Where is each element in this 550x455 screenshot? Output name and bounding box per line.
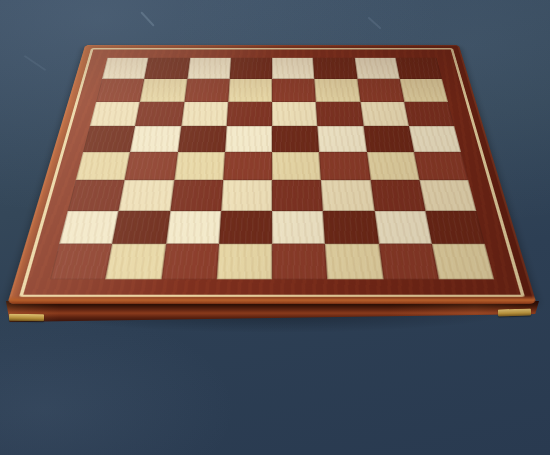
- square-e2[interactable]: [272, 211, 325, 244]
- square-d5[interactable]: [225, 126, 272, 152]
- square-d3[interactable]: [221, 180, 272, 210]
- square-f1[interactable]: [325, 244, 383, 280]
- square-f5[interactable]: [318, 126, 367, 152]
- square-e1[interactable]: [272, 244, 328, 280]
- scratch-mark: [24, 55, 47, 71]
- square-h5[interactable]: [409, 126, 461, 152]
- square-c4[interactable]: [174, 152, 225, 180]
- brass-corner-right: [498, 309, 531, 317]
- square-c2[interactable]: [166, 211, 221, 244]
- square-e3[interactable]: [272, 180, 323, 210]
- square-g6[interactable]: [360, 102, 409, 126]
- square-g4[interactable]: [367, 152, 420, 180]
- square-e6[interactable]: [272, 102, 318, 126]
- square-g2[interactable]: [374, 211, 431, 244]
- square-c6[interactable]: [181, 102, 228, 126]
- square-a6[interactable]: [90, 102, 140, 126]
- square-g1[interactable]: [378, 244, 438, 280]
- square-b6[interactable]: [135, 102, 184, 126]
- square-e4[interactable]: [272, 152, 321, 180]
- square-b8[interactable]: [144, 58, 189, 79]
- square-a7[interactable]: [96, 79, 144, 102]
- square-b1[interactable]: [105, 244, 165, 280]
- square-d1[interactable]: [216, 244, 272, 280]
- square-e5[interactable]: [272, 126, 319, 152]
- square-c7[interactable]: [184, 79, 229, 102]
- square-g3[interactable]: [370, 180, 425, 210]
- square-f7[interactable]: [315, 79, 360, 102]
- square-h8[interactable]: [395, 58, 442, 79]
- square-b7[interactable]: [140, 79, 187, 102]
- square-b2[interactable]: [112, 211, 169, 244]
- square-f4[interactable]: [319, 152, 370, 180]
- square-e7[interactable]: [272, 79, 316, 102]
- square-f2[interactable]: [323, 211, 378, 244]
- square-d6[interactable]: [226, 102, 272, 126]
- square-h7[interactable]: [400, 79, 448, 102]
- square-a5[interactable]: [83, 126, 135, 152]
- board-frame: [7, 45, 536, 304]
- square-c8[interactable]: [187, 58, 231, 79]
- square-d7[interactable]: [228, 79, 272, 102]
- square-b4[interactable]: [125, 152, 178, 180]
- square-a4[interactable]: [76, 152, 131, 180]
- square-g5[interactable]: [363, 126, 414, 152]
- square-a8[interactable]: [102, 58, 149, 79]
- board-grid: [50, 58, 494, 280]
- square-c1[interactable]: [161, 244, 219, 280]
- square-h2[interactable]: [425, 211, 485, 244]
- brass-corner-left: [9, 314, 44, 322]
- square-b3[interactable]: [119, 180, 174, 210]
- square-b5[interactable]: [130, 126, 181, 152]
- square-a2[interactable]: [59, 211, 119, 244]
- square-f3[interactable]: [321, 180, 374, 210]
- square-f8[interactable]: [313, 58, 357, 79]
- scratch-mark: [140, 11, 154, 26]
- square-g8[interactable]: [354, 58, 399, 79]
- square-c3[interactable]: [170, 180, 223, 210]
- square-h6[interactable]: [404, 102, 454, 126]
- scratch-mark: [368, 17, 382, 30]
- scene-background: [0, 0, 550, 455]
- square-f6[interactable]: [316, 102, 363, 126]
- chess-board: [7, 45, 536, 304]
- square-d4[interactable]: [223, 152, 272, 180]
- square-h1[interactable]: [432, 244, 494, 280]
- square-e8[interactable]: [272, 58, 315, 79]
- square-d8[interactable]: [229, 58, 272, 79]
- square-c5[interactable]: [178, 126, 227, 152]
- square-a3[interactable]: [68, 180, 125, 210]
- square-h4[interactable]: [414, 152, 469, 180]
- square-a1[interactable]: [50, 244, 112, 280]
- square-h3[interactable]: [419, 180, 476, 210]
- square-d2[interactable]: [219, 211, 272, 244]
- square-g7[interactable]: [357, 79, 404, 102]
